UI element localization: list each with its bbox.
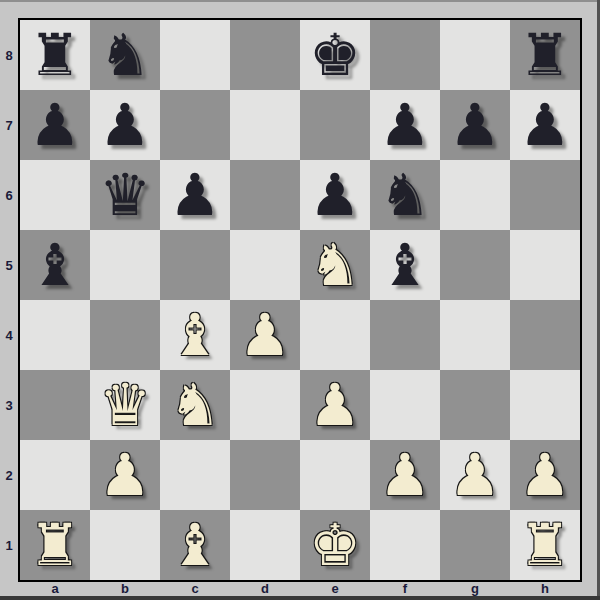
frame-top-edge [0,0,600,2]
rank-label-3: 3 [0,370,18,440]
piece-white-bishop[interactable]: ♝ [169,306,221,364]
piece-white-king[interactable]: ♚ [309,516,361,574]
square-b6[interactable]: ♛ [90,160,160,230]
square-c3[interactable]: ♞ [160,370,230,440]
file-label-f: f [370,579,440,597]
rank-label-1: 1 [0,510,18,580]
piece-white-pawn[interactable]: ♟ [519,446,571,504]
square-g4[interactable] [440,300,510,370]
square-d5[interactable] [230,230,300,300]
square-d8[interactable] [230,20,300,90]
square-e6[interactable]: ♟ [300,160,370,230]
square-c8[interactable] [160,20,230,90]
square-c6[interactable]: ♟ [160,160,230,230]
file-labels: a b c d e f g h [20,579,580,597]
piece-black-rook[interactable]: ♜ [29,26,81,84]
square-b7[interactable]: ♟ [90,90,160,160]
rank-label-5: 5 [0,230,18,300]
file-label-e: e [300,579,370,597]
piece-white-rook[interactable]: ♜ [519,516,571,574]
square-h3[interactable] [510,370,580,440]
square-b3[interactable]: ♛ [90,370,160,440]
square-f1[interactable] [370,510,440,580]
rank-label-7: 7 [0,90,18,160]
rank-label-4: 4 [0,300,18,370]
chess-board: ♜♞♚♜♟♟♟♟♟♛♟♟♞♝♞♝♝♟♛♞♟♟♟♟♟♜♝♚♜ [18,18,582,582]
piece-white-pawn[interactable]: ♟ [99,446,151,504]
square-f3[interactable] [370,370,440,440]
piece-white-pawn[interactable]: ♟ [309,376,361,434]
square-h7[interactable]: ♟ [510,90,580,160]
square-g6[interactable] [440,160,510,230]
square-f7[interactable]: ♟ [370,90,440,160]
square-d4[interactable]: ♟ [230,300,300,370]
square-a8[interactable]: ♜ [20,20,90,90]
piece-black-pawn[interactable]: ♟ [449,96,501,154]
square-g5[interactable] [440,230,510,300]
square-a2[interactable] [20,440,90,510]
square-c1[interactable]: ♝ [160,510,230,580]
piece-black-knight[interactable]: ♞ [379,166,431,224]
file-label-g: g [440,579,510,597]
piece-black-pawn[interactable]: ♟ [29,96,81,154]
piece-black-king[interactable]: ♚ [309,26,361,84]
square-a4[interactable] [20,300,90,370]
square-c5[interactable] [160,230,230,300]
square-d3[interactable] [230,370,300,440]
rank-label-6: 6 [0,160,18,230]
square-e3[interactable]: ♟ [300,370,370,440]
chess-diagram: 8 7 6 5 4 3 2 1 ♜♞♚♜♟♟♟♟♟♛♟♟♞♝♞♝♝♟♛♞♟♟♟♟… [0,0,600,600]
square-e1[interactable]: ♚ [300,510,370,580]
square-f2[interactable]: ♟ [370,440,440,510]
square-h2[interactable]: ♟ [510,440,580,510]
square-h1[interactable]: ♜ [510,510,580,580]
square-h6[interactable] [510,160,580,230]
square-e7[interactable] [300,90,370,160]
square-a1[interactable]: ♜ [20,510,90,580]
square-a7[interactable]: ♟ [20,90,90,160]
file-label-c: c [160,579,230,597]
piece-black-knight[interactable]: ♞ [99,26,151,84]
square-h8[interactable]: ♜ [510,20,580,90]
square-b5[interactable] [90,230,160,300]
piece-black-pawn[interactable]: ♟ [169,166,221,224]
square-c4[interactable]: ♝ [160,300,230,370]
file-label-d: d [230,579,300,597]
piece-white-pawn[interactable]: ♟ [239,306,291,364]
square-g7[interactable]: ♟ [440,90,510,160]
square-b8[interactable]: ♞ [90,20,160,90]
piece-white-knight[interactable]: ♞ [169,376,221,434]
square-a5[interactable]: ♝ [20,230,90,300]
square-f5[interactable]: ♝ [370,230,440,300]
square-g2[interactable]: ♟ [440,440,510,510]
square-e8[interactable]: ♚ [300,20,370,90]
square-g3[interactable] [440,370,510,440]
square-g1[interactable] [440,510,510,580]
file-label-h: h [510,579,580,597]
square-g8[interactable] [440,20,510,90]
square-h4[interactable] [510,300,580,370]
square-f4[interactable] [370,300,440,370]
piece-white-queen[interactable]: ♛ [99,376,151,434]
square-f6[interactable]: ♞ [370,160,440,230]
rank-label-2: 2 [0,440,18,510]
square-e2[interactable] [300,440,370,510]
piece-white-knight[interactable]: ♞ [309,236,361,294]
piece-white-bishop[interactable]: ♝ [169,516,221,574]
piece-black-pawn[interactable]: ♟ [309,166,361,224]
piece-black-pawn[interactable]: ♟ [379,96,431,154]
file-label-a: a [20,579,90,597]
square-a3[interactable] [20,370,90,440]
piece-white-rook[interactable]: ♜ [29,516,81,574]
square-f8[interactable] [370,20,440,90]
piece-black-bishop[interactable]: ♝ [29,236,81,294]
rank-labels: 8 7 6 5 4 3 2 1 [0,20,18,580]
square-a6[interactable] [20,160,90,230]
rank-label-8: 8 [0,20,18,90]
file-label-b: b [90,579,160,597]
square-e5[interactable]: ♞ [300,230,370,300]
frame-bottom-edge [0,596,600,600]
square-d6[interactable] [230,160,300,230]
square-d7[interactable] [230,90,300,160]
piece-white-pawn[interactable]: ♟ [449,446,501,504]
square-d2[interactable] [230,440,300,510]
square-c2[interactable] [160,440,230,510]
square-b2[interactable]: ♟ [90,440,160,510]
piece-black-queen[interactable]: ♛ [99,166,151,224]
square-b1[interactable] [90,510,160,580]
piece-white-pawn[interactable]: ♟ [379,446,431,504]
piece-black-bishop[interactable]: ♝ [379,236,431,294]
square-e4[interactable] [300,300,370,370]
square-c7[interactable] [160,90,230,160]
piece-black-pawn[interactable]: ♟ [99,96,151,154]
piece-black-rook[interactable]: ♜ [519,26,571,84]
square-b4[interactable] [90,300,160,370]
square-h5[interactable] [510,230,580,300]
square-d1[interactable] [230,510,300,580]
piece-black-pawn[interactable]: ♟ [519,96,571,154]
